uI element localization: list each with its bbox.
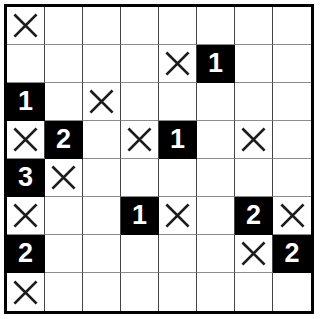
cell-r7c6-empty[interactable] bbox=[197, 235, 235, 273]
x-mark-icon bbox=[279, 202, 306, 229]
cell-r2c5-x[interactable] bbox=[159, 45, 197, 83]
x-mark-icon bbox=[88, 88, 115, 115]
cell-r4c2-clue[interactable]: 2 bbox=[45, 121, 83, 159]
cell-r6c6-empty[interactable] bbox=[197, 197, 235, 235]
cell-r7c2-empty[interactable] bbox=[45, 235, 83, 273]
cell-r1c2-empty[interactable] bbox=[45, 7, 83, 45]
cell-r7c1-clue[interactable]: 2 bbox=[7, 235, 45, 273]
x-mark-icon bbox=[126, 126, 153, 153]
clue-number: 3 bbox=[18, 162, 33, 193]
cell-r8c8-empty[interactable] bbox=[273, 273, 311, 311]
cell-r6c7-clue[interactable]: 2 bbox=[235, 197, 273, 235]
clue-number: 2 bbox=[284, 238, 299, 269]
cell-r6c4-clue[interactable]: 1 bbox=[121, 197, 159, 235]
cell-r2c7-empty[interactable] bbox=[235, 45, 273, 83]
x-mark-icon bbox=[240, 126, 267, 153]
cell-r4c4-x[interactable] bbox=[121, 121, 159, 159]
cell-r3c7-empty[interactable] bbox=[235, 83, 273, 121]
cell-r5c7-empty[interactable] bbox=[235, 159, 273, 197]
clue-number: 2 bbox=[18, 238, 33, 269]
cell-r5c8-empty[interactable] bbox=[273, 159, 311, 197]
cell-r5c6-empty[interactable] bbox=[197, 159, 235, 197]
cell-r6c5-x[interactable] bbox=[159, 197, 197, 235]
cell-r3c3-x[interactable] bbox=[83, 83, 121, 121]
cell-r5c4-empty[interactable] bbox=[121, 159, 159, 197]
cell-r2c6-clue[interactable]: 1 bbox=[197, 45, 235, 83]
cell-r8c5-empty[interactable] bbox=[159, 273, 197, 311]
x-mark-icon bbox=[12, 279, 39, 306]
clue-number: 2 bbox=[246, 200, 261, 231]
cell-r7c5-empty[interactable] bbox=[159, 235, 197, 273]
cell-r8c7-empty[interactable] bbox=[235, 273, 273, 311]
cell-r1c1-x[interactable] bbox=[7, 7, 45, 45]
cell-r5c2-x[interactable] bbox=[45, 159, 83, 197]
x-mark-icon bbox=[240, 240, 267, 267]
cell-r4c7-x[interactable] bbox=[235, 121, 273, 159]
puzzle-board: 112131222 bbox=[4, 4, 314, 314]
cell-r2c1-empty[interactable] bbox=[7, 45, 45, 83]
cell-r3c1-clue[interactable]: 1 bbox=[7, 83, 45, 121]
puzzle-board-wrapper: 112131222 bbox=[4, 4, 314, 314]
cell-r3c5-empty[interactable] bbox=[159, 83, 197, 121]
cell-r8c6-empty[interactable] bbox=[197, 273, 235, 311]
x-mark-icon bbox=[164, 202, 191, 229]
cell-r7c4-empty[interactable] bbox=[121, 235, 159, 273]
cell-r1c3-empty[interactable] bbox=[83, 7, 121, 45]
x-mark-icon bbox=[12, 202, 39, 229]
cell-r4c3-empty[interactable] bbox=[83, 121, 121, 159]
cell-r1c8-empty[interactable] bbox=[273, 7, 311, 45]
cell-r8c2-empty[interactable] bbox=[45, 273, 83, 311]
x-mark-icon bbox=[50, 164, 77, 191]
cell-r2c3-empty[interactable] bbox=[83, 45, 121, 83]
cell-r5c3-empty[interactable] bbox=[83, 159, 121, 197]
clue-number: 1 bbox=[18, 86, 33, 117]
cell-r6c1-x[interactable] bbox=[7, 197, 45, 235]
cell-r6c3-empty[interactable] bbox=[83, 197, 121, 235]
cell-r4c1-x[interactable] bbox=[7, 121, 45, 159]
cell-r3c8-empty[interactable] bbox=[273, 83, 311, 121]
cell-r7c7-x[interactable] bbox=[235, 235, 273, 273]
cell-r4c5-clue[interactable]: 1 bbox=[159, 121, 197, 159]
clue-number: 1 bbox=[208, 48, 223, 79]
clue-number: 1 bbox=[132, 200, 147, 231]
cell-r3c2-empty[interactable] bbox=[45, 83, 83, 121]
clue-number: 2 bbox=[56, 124, 71, 155]
cell-r8c4-empty[interactable] bbox=[121, 273, 159, 311]
clue-number: 1 bbox=[170, 124, 185, 155]
cell-r1c4-empty[interactable] bbox=[121, 7, 159, 45]
cell-r3c6-empty[interactable] bbox=[197, 83, 235, 121]
cell-r1c6-empty[interactable] bbox=[197, 7, 235, 45]
cell-r8c3-empty[interactable] bbox=[83, 273, 121, 311]
cell-r6c8-x[interactable] bbox=[273, 197, 311, 235]
cell-r2c8-empty[interactable] bbox=[273, 45, 311, 83]
cell-r4c6-empty[interactable] bbox=[197, 121, 235, 159]
cell-r8c1-x[interactable] bbox=[7, 273, 45, 311]
cell-r7c8-clue[interactable]: 2 bbox=[273, 235, 311, 273]
x-mark-icon bbox=[12, 12, 39, 39]
x-mark-icon bbox=[12, 126, 39, 153]
cell-r4c8-empty[interactable] bbox=[273, 121, 311, 159]
cell-r1c7-empty[interactable] bbox=[235, 7, 273, 45]
cell-r3c4-empty[interactable] bbox=[121, 83, 159, 121]
cell-r6c2-empty[interactable] bbox=[45, 197, 83, 235]
cell-r1c5-empty[interactable] bbox=[159, 7, 197, 45]
cell-r2c4-empty[interactable] bbox=[121, 45, 159, 83]
cell-r5c5-empty[interactable] bbox=[159, 159, 197, 197]
cell-r2c2-empty[interactable] bbox=[45, 45, 83, 83]
x-mark-icon bbox=[164, 50, 191, 77]
cell-r7c3-empty[interactable] bbox=[83, 235, 121, 273]
cell-r5c1-clue[interactable]: 3 bbox=[7, 159, 45, 197]
